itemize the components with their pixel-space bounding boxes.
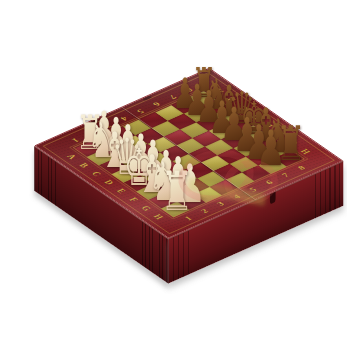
clasp-notch: [270, 192, 276, 205]
product-photo: AABBCCDDEEFFGGHH1122334455667788 ♜♞♝♛♚♝♞…: [0, 0, 347, 355]
